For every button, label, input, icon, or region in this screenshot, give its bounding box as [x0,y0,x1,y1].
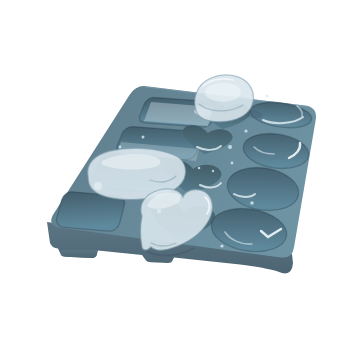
ice-cube-tray-photo [0,0,360,360]
tray-foot-left [61,250,97,258]
water-droplet [142,136,145,139]
water-droplet [228,145,232,149]
water-droplet [198,167,201,170]
ice-cube-top-facet [205,83,241,102]
ice-chunk-left-spot [94,182,102,190]
ice-cube-top [195,75,264,122]
photo-canvas [0,0,360,360]
water-droplet [250,201,254,205]
water-droplet [266,95,269,98]
water-droplet [119,146,122,149]
water-droplet [231,162,234,165]
water-droplet [220,244,223,247]
water-droplet [157,209,161,213]
water-droplet [244,129,247,132]
water-droplet [212,170,214,172]
